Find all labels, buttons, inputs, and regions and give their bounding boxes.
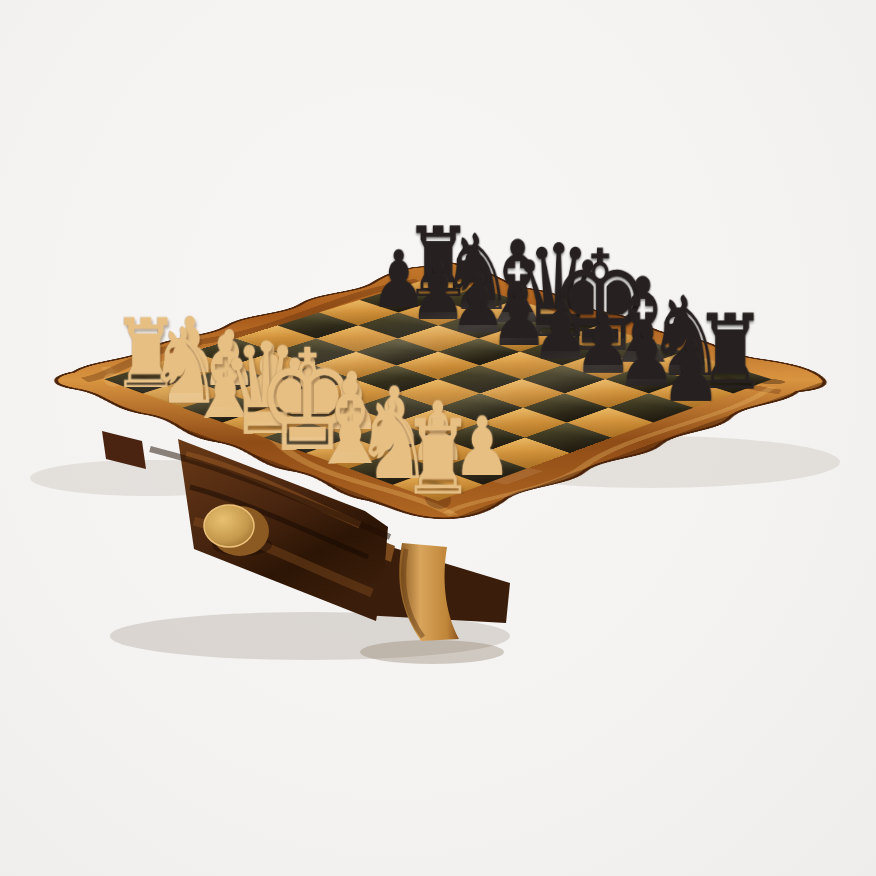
- board-grid: ♜♞♝♛♚♝♞♜♟♟♟♟♟♟♟♟♟♟♟♟♟♟♟♟♜♞♝♛♚♝♞♜: [104, 276, 772, 501]
- board: ♜♞♝♛♚♝♞♜♟♟♟♟♟♟♟♟♟♟♟♟♟♟♟♟♜♞♝♛♚♝♞♜: [0, 247, 876, 545]
- chess-set-photo: ♜♞♝♛♚♝♞♜♟♟♟♟♟♟♟♟♟♟♟♟♟♟♟♟♜♞♝♛♚♝♞♜: [0, 0, 876, 876]
- board-perspective: ♜♞♝♛♚♝♞♜♟♟♟♟♟♟♟♟♟♟♟♟♟♟♟♟♜♞♝♛♚♝♞♜: [0, 0, 876, 876]
